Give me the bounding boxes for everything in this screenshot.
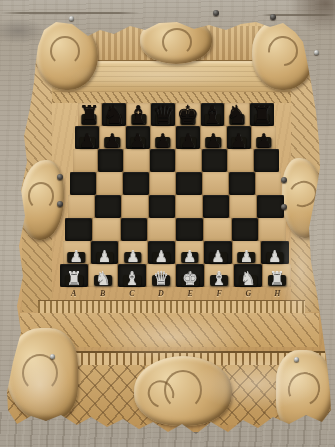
square-c2[interactable]: ♟ <box>119 241 146 264</box>
screw-icon <box>281 204 287 210</box>
piece-white-knight-g1[interactable]: ♞ <box>234 270 262 288</box>
piece-black-pawn-d7[interactable]: ♟ <box>151 131 175 150</box>
square-c6[interactable] <box>124 149 149 172</box>
square-g1[interactable]: ♞ <box>234 264 262 287</box>
piece-black-pawn-a7[interactable]: ♟ <box>75 131 99 150</box>
square-g8[interactable]: ♞ <box>225 103 249 126</box>
square-f8[interactable]: ♝ <box>201 103 225 126</box>
piece-black-knight-g8[interactable]: ♞ <box>225 102 249 127</box>
piece-white-knight-b1[interactable]: ♞ <box>89 270 117 288</box>
square-h3[interactable] <box>259 218 286 241</box>
piece-white-pawn-f2[interactable]: ♟ <box>204 250 231 265</box>
file-labels: ABCDEFGH <box>59 287 292 300</box>
piece-white-pawn-g2[interactable]: ♟ <box>233 250 260 265</box>
piece-white-bishop-f1[interactable]: ♝ <box>205 270 233 288</box>
square-h5[interactable] <box>256 172 282 195</box>
square-e8[interactable]: ♚ <box>176 103 200 126</box>
floor-plank-seam <box>0 12 140 14</box>
square-c7[interactable]: ♟ <box>126 126 150 149</box>
square-b5[interactable] <box>97 172 123 195</box>
piece-black-pawn-b7[interactable]: ♟ <box>100 131 124 150</box>
hinge-knob-icon <box>270 14 276 20</box>
square-a1[interactable]: ♜ <box>60 264 88 287</box>
medallion-bottom-center-shell <box>134 356 232 426</box>
floor-shadow-smudge <box>0 18 46 44</box>
square-f4[interactable] <box>203 195 229 218</box>
board-frame: ♜♞♝♛♚♝♞♜♟♟♟♟♟♟♟♟♟♟♟♟♟♟♟♟♜♞♝♛♚♝♞♜ ABCDEFG… <box>0 20 335 432</box>
piece-black-bishop-f8[interactable]: ♝ <box>201 102 225 127</box>
square-f7[interactable]: ♟ <box>201 126 225 149</box>
square-f1[interactable]: ♝ <box>205 264 233 287</box>
piece-black-pawn-h7[interactable]: ♟ <box>252 131 276 150</box>
square-d8[interactable]: ♛ <box>151 103 175 126</box>
square-d1[interactable]: ♛ <box>147 264 175 287</box>
rank-4 <box>68 195 284 218</box>
square-b7[interactable]: ♟ <box>100 126 124 149</box>
rank-5 <box>70 172 281 195</box>
piece-black-pawn-e7[interactable]: ♟ <box>176 131 200 150</box>
square-d2[interactable]: ♟ <box>148 241 175 264</box>
medallion-left <box>20 160 64 240</box>
piece-white-pawn-b2[interactable]: ♟ <box>91 250 118 265</box>
square-h8[interactable]: ♜ <box>250 103 274 126</box>
piece-black-rook-a8[interactable]: ♜ <box>78 102 102 127</box>
screw-icon <box>69 16 74 21</box>
rank-2: ♟♟♟♟♟♟♟♟ <box>63 241 289 264</box>
rank-3 <box>65 218 286 241</box>
square-e4[interactable] <box>176 195 202 218</box>
piece-white-king-e1[interactable]: ♚ <box>176 270 204 288</box>
square-f6[interactable] <box>202 149 227 172</box>
square-d3[interactable] <box>148 218 175 241</box>
piece-white-pawn-a2[interactable]: ♟ <box>63 250 90 265</box>
square-c8[interactable]: ♝ <box>127 103 151 126</box>
screw-icon <box>294 357 299 362</box>
screw-icon <box>314 50 319 55</box>
square-g3[interactable] <box>232 218 259 241</box>
rank-1: ♜♞♝♛♚♝♞♜ <box>60 264 291 287</box>
square-a7[interactable]: ♟ <box>75 126 99 149</box>
square-b3[interactable] <box>93 218 120 241</box>
screw-icon <box>50 354 55 359</box>
square-e2[interactable]: ♟ <box>176 241 203 264</box>
chessboard: ♜♞♝♛♚♝♞♜♟♟♟♟♟♟♟♟♟♟♟♟♟♟♟♟♜♞♝♛♚♝♞♜ <box>59 103 292 287</box>
piece-white-pawn-h2[interactable]: ♟ <box>261 250 288 265</box>
screw-icon <box>57 201 63 207</box>
piece-black-rook-h8[interactable]: ♜ <box>250 102 274 127</box>
piece-black-pawn-g7[interactable]: ♟ <box>227 131 251 150</box>
square-e5[interactable] <box>176 172 202 195</box>
square-b1[interactable]: ♞ <box>89 264 117 287</box>
piece-black-bishop-c8[interactable]: ♝ <box>127 102 151 127</box>
square-c1[interactable]: ♝ <box>118 264 146 287</box>
square-g2[interactable]: ♟ <box>233 241 260 264</box>
piece-white-queen-d1[interactable]: ♛ <box>147 270 175 288</box>
square-h4[interactable] <box>257 195 283 218</box>
hinge-knob-icon <box>213 10 219 16</box>
square-a5[interactable] <box>70 172 96 195</box>
square-g7[interactable]: ♟ <box>227 126 251 149</box>
square-d6[interactable] <box>150 149 175 172</box>
piece-white-pawn-c2[interactable]: ♟ <box>119 250 146 265</box>
piece-black-knight-b8[interactable]: ♞ <box>102 102 126 127</box>
square-h6[interactable] <box>254 149 279 172</box>
square-g4[interactable] <box>230 195 256 218</box>
rank-8: ♜♞♝♛♚♝♞♜ <box>78 103 274 126</box>
piece-black-pawn-f7[interactable]: ♟ <box>201 131 225 150</box>
square-d4[interactable] <box>149 195 175 218</box>
chess-field: ♜♞♝♛♚♝♞♜♟♟♟♟♟♟♟♟♟♟♟♟♟♟♟♟♜♞♝♛♚♝♞♜ ABCDEFG… <box>59 103 292 300</box>
rank-6 <box>73 149 279 172</box>
square-h1[interactable]: ♜ <box>263 264 291 287</box>
square-e1[interactable]: ♚ <box>176 264 204 287</box>
square-h2[interactable]: ♟ <box>261 241 288 264</box>
piece-white-bishop-c1[interactable]: ♝ <box>118 270 146 288</box>
screw-icon <box>57 174 63 180</box>
square-c3[interactable] <box>121 218 148 241</box>
square-a2[interactable]: ♟ <box>63 241 90 264</box>
square-b2[interactable]: ♟ <box>91 241 118 264</box>
square-f3[interactable] <box>204 218 231 241</box>
rank-7: ♟♟♟♟♟♟♟♟ <box>75 126 276 149</box>
square-f5[interactable] <box>203 172 229 195</box>
square-g6[interactable] <box>228 149 253 172</box>
piece-white-pawn-d2[interactable]: ♟ <box>148 250 175 265</box>
square-a6[interactable] <box>73 149 98 172</box>
square-f2[interactable]: ♟ <box>204 241 231 264</box>
square-e3[interactable] <box>176 218 203 241</box>
piece-black-pawn-c7[interactable]: ♟ <box>126 131 150 150</box>
square-d7[interactable]: ♟ <box>151 126 175 149</box>
square-e7[interactable]: ♟ <box>176 126 200 149</box>
square-a3[interactable] <box>65 218 92 241</box>
square-c5[interactable] <box>123 172 149 195</box>
piece-white-rook-h1[interactable]: ♜ <box>263 270 291 288</box>
screw-icon <box>281 177 287 183</box>
square-b4[interactable] <box>95 195 121 218</box>
square-c4[interactable] <box>122 195 148 218</box>
square-d5[interactable] <box>150 172 176 195</box>
piece-black-queen-d8[interactable]: ♛ <box>151 102 175 127</box>
square-b6[interactable] <box>98 149 123 172</box>
square-b8[interactable]: ♞ <box>102 103 126 126</box>
square-a4[interactable] <box>68 195 94 218</box>
piece-white-pawn-e2[interactable]: ♟ <box>176 250 203 265</box>
square-a8[interactable]: ♜ <box>78 103 102 126</box>
piece-white-rook-a1[interactable]: ♜ <box>60 270 88 288</box>
square-h7[interactable]: ♟ <box>252 126 276 149</box>
square-e6[interactable] <box>176 149 201 172</box>
square-g5[interactable] <box>229 172 255 195</box>
floor-dark-patch <box>288 0 335 34</box>
scene: ♜♞♝♛♚♝♞♜♟♟♟♟♟♟♟♟♟♟♟♟♟♟♟♟♜♞♝♛♚♝♞♜ ABCDEFG… <box>0 0 335 447</box>
piece-black-king-e8[interactable]: ♚ <box>176 102 200 127</box>
